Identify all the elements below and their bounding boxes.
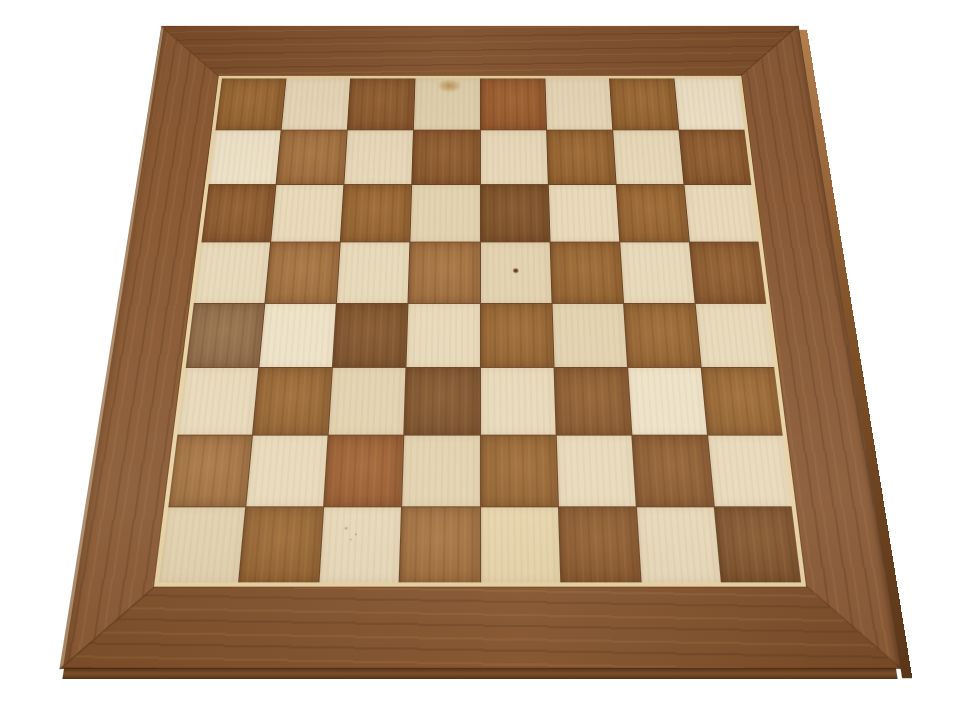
square-h8[interactable] [715, 507, 801, 582]
square-f6[interactable] [554, 368, 631, 435]
square-b7[interactable] [246, 435, 327, 506]
square-b5[interactable] [260, 303, 337, 366]
square-f3[interactable] [548, 185, 619, 242]
square-d5[interactable] [407, 303, 480, 366]
square-e8[interactable] [481, 507, 560, 582]
square-a4[interactable] [194, 243, 270, 303]
square-h5[interactable] [696, 303, 775, 366]
square-d3[interactable] [411, 185, 480, 242]
square-h3[interactable] [684, 185, 758, 242]
square-g6[interactable] [628, 368, 707, 435]
square-e3[interactable] [480, 185, 549, 242]
square-a6[interactable] [177, 368, 258, 435]
square-a8[interactable] [159, 507, 245, 582]
square-f1[interactable] [545, 78, 612, 129]
square-g5[interactable] [624, 303, 701, 366]
square-b2[interactable] [277, 130, 347, 184]
square-f7[interactable] [556, 435, 635, 506]
square-d1[interactable] [414, 78, 479, 129]
square-a5[interactable] [186, 303, 265, 366]
square-e1[interactable] [480, 78, 545, 129]
square-e6[interactable] [481, 368, 556, 435]
square-c4[interactable] [337, 243, 410, 303]
square-b8[interactable] [239, 507, 323, 582]
square-a3[interactable] [201, 185, 275, 242]
square-e7[interactable] [481, 435, 558, 506]
square-c5[interactable] [333, 303, 408, 366]
square-g2[interactable] [613, 130, 683, 184]
square-c3[interactable] [341, 185, 412, 242]
photo-background [0, 0, 955, 720]
square-h2[interactable] [679, 130, 751, 184]
square-h7[interactable] [708, 435, 792, 506]
square-d8[interactable] [400, 507, 479, 582]
square-g1[interactable] [610, 78, 679, 129]
square-h6[interactable] [702, 368, 783, 435]
square-b6[interactable] [253, 368, 332, 435]
square-b1[interactable] [282, 78, 351, 129]
square-e5[interactable] [480, 303, 553, 366]
field [159, 78, 801, 582]
square-e4[interactable] [480, 243, 551, 303]
square-f8[interactable] [559, 507, 641, 582]
square-a1[interactable] [216, 78, 286, 129]
square-c8[interactable] [320, 507, 402, 582]
stain-blemish [438, 80, 460, 92]
board-side-edge-bottom [62, 669, 897, 679]
square-c1[interactable] [348, 78, 415, 129]
square-h1[interactable] [674, 78, 744, 129]
square-d7[interactable] [403, 435, 480, 506]
square-d2[interactable] [413, 130, 480, 184]
square-g8[interactable] [637, 507, 721, 582]
square-d4[interactable] [409, 243, 480, 303]
specks-blemish [338, 519, 366, 544]
square-b4[interactable] [266, 243, 340, 303]
square-f4[interactable] [550, 243, 623, 303]
knot-blemish [512, 268, 518, 273]
square-g3[interactable] [616, 185, 688, 242]
square-c6[interactable] [329, 368, 406, 435]
square-b3[interactable] [271, 185, 343, 242]
square-f5[interactable] [552, 303, 627, 366]
square-g4[interactable] [620, 243, 694, 303]
square-f2[interactable] [547, 130, 616, 184]
square-c2[interactable] [345, 130, 414, 184]
chessboard [59, 26, 900, 669]
square-g7[interactable] [632, 435, 713, 506]
square-a2[interactable] [209, 130, 281, 184]
square-e2[interactable] [480, 130, 547, 184]
square-h4[interactable] [690, 243, 766, 303]
square-c7[interactable] [324, 435, 403, 506]
square-d6[interactable] [405, 368, 480, 435]
square-a7[interactable] [168, 435, 252, 506]
